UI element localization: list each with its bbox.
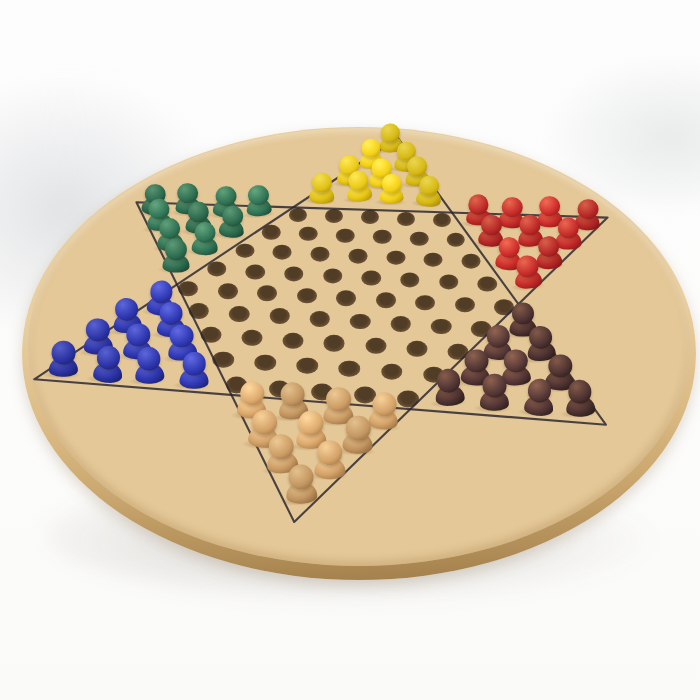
peg-head xyxy=(188,202,209,223)
peg-blue[interactable] xyxy=(93,345,125,384)
peg-head xyxy=(136,346,161,371)
peg-head xyxy=(298,410,324,436)
photo-scene xyxy=(0,0,700,700)
peg-dark-brown[interactable] xyxy=(564,379,594,417)
peg-green[interactable] xyxy=(219,204,247,238)
peg-yellow[interactable] xyxy=(346,170,372,202)
peg-head xyxy=(567,379,592,404)
peg-head xyxy=(407,156,427,176)
pegs-layer xyxy=(0,0,700,700)
peg-head xyxy=(159,302,182,325)
peg-head xyxy=(251,408,277,434)
peg-green[interactable] xyxy=(163,239,190,272)
peg-head xyxy=(312,172,333,193)
peg-head xyxy=(181,351,206,376)
peg-natural[interactable] xyxy=(314,440,345,479)
peg-head xyxy=(512,302,535,325)
peg-yellow[interactable] xyxy=(416,175,442,207)
peg-dark-brown[interactable] xyxy=(433,368,465,407)
peg-head xyxy=(345,416,371,442)
peg-green[interactable] xyxy=(246,184,273,217)
peg-dark-brown[interactable] xyxy=(524,378,556,417)
peg-blue[interactable] xyxy=(49,341,78,378)
peg-head xyxy=(482,374,506,398)
peg-green[interactable] xyxy=(191,221,218,255)
peg-head xyxy=(317,440,342,465)
peg-red[interactable] xyxy=(513,255,542,290)
peg-yellow[interactable] xyxy=(309,172,334,204)
peg-head xyxy=(165,239,187,261)
peg-head xyxy=(518,213,540,235)
peg-head xyxy=(382,173,402,193)
peg-yellow[interactable] xyxy=(379,173,403,204)
peg-blue[interactable] xyxy=(178,351,208,389)
peg-blue[interactable] xyxy=(133,346,163,384)
peg-natural[interactable] xyxy=(285,464,317,504)
peg-natural[interactable] xyxy=(342,416,373,455)
peg-dark-brown[interactable] xyxy=(480,374,509,411)
peg-head xyxy=(51,341,75,365)
